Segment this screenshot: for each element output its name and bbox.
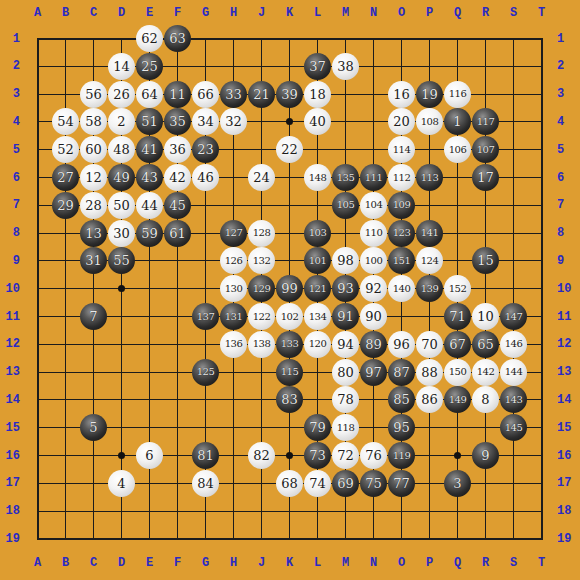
stone-white-110[interactable]: 110 xyxy=(360,220,387,247)
row-label-left-18: 18 xyxy=(2,503,20,519)
column-label-top-T: T xyxy=(538,6,545,20)
row-label-right-15: 15 xyxy=(557,420,575,436)
stone-white-12[interactable]: 12 xyxy=(80,164,107,191)
row-label-right-7: 7 xyxy=(557,197,575,213)
row-label-left-17: 17 xyxy=(2,475,20,491)
column-label-top-O: O xyxy=(398,6,405,20)
stone-black-141[interactable]: 141 xyxy=(416,220,443,247)
stone-white-16[interactable]: 16 xyxy=(388,81,415,108)
column-label-bottom-A: A xyxy=(34,556,41,570)
stone-white-106[interactable]: 106 xyxy=(444,136,471,163)
stone-white-146[interactable]: 146 xyxy=(500,331,527,358)
stone-black-79[interactable]: 79 xyxy=(304,414,331,441)
row-label-right-16: 16 xyxy=(557,448,575,464)
stone-black-25[interactable]: 25 xyxy=(136,53,163,80)
stone-white-74[interactable]: 74 xyxy=(304,470,331,497)
stone-white-56[interactable]: 56 xyxy=(80,81,107,108)
stone-white-4[interactable]: 4 xyxy=(108,470,135,497)
stone-white-54[interactable]: 54 xyxy=(52,108,79,135)
row-label-right-13: 13 xyxy=(557,364,575,380)
row-label-right-6: 6 xyxy=(557,170,575,186)
stone-black-3[interactable]: 3 xyxy=(444,470,471,497)
column-label-top-K: K xyxy=(286,6,293,20)
stone-black-45[interactable]: 45 xyxy=(164,192,191,219)
stone-black-145[interactable]: 145 xyxy=(500,414,527,441)
stone-white-144[interactable]: 144 xyxy=(500,359,527,386)
stone-white-76[interactable]: 76 xyxy=(360,442,387,469)
stone-white-90[interactable]: 90 xyxy=(360,303,387,330)
stone-white-114[interactable]: 114 xyxy=(388,136,415,163)
stone-white-52[interactable]: 52 xyxy=(52,136,79,163)
row-label-right-8: 8 xyxy=(557,225,575,241)
column-label-bottom-R: R xyxy=(482,556,489,570)
grid-line-horizontal xyxy=(37,511,542,512)
stone-white-80[interactable]: 80 xyxy=(332,359,359,386)
stone-white-10[interactable]: 10 xyxy=(472,303,499,330)
row-label-left-6: 6 xyxy=(2,170,20,186)
stone-white-100[interactable]: 100 xyxy=(360,247,387,274)
row-label-right-11: 11 xyxy=(557,309,575,325)
stone-white-34[interactable]: 34 xyxy=(192,108,219,135)
stone-black-99[interactable]: 99 xyxy=(276,275,303,302)
star-point-Q16 xyxy=(454,452,461,459)
stone-black-39[interactable]: 39 xyxy=(276,81,303,108)
stone-white-14[interactable]: 14 xyxy=(108,53,135,80)
row-label-right-12: 12 xyxy=(557,336,575,352)
stone-white-148[interactable]: 148 xyxy=(304,164,331,191)
stone-black-147[interactable]: 147 xyxy=(500,303,527,330)
stone-black-37[interactable]: 37 xyxy=(304,53,331,80)
star-point-K4 xyxy=(286,118,293,125)
stone-white-116[interactable]: 116 xyxy=(444,81,471,108)
stone-white-130[interactable]: 130 xyxy=(220,275,247,302)
star-point-D10 xyxy=(118,285,125,292)
go-board-diagram: AABBCCDDEEFFGGHHJJKKLLMMNNOOPPQQRRSSTT11… xyxy=(0,0,580,580)
stone-black-133[interactable]: 133 xyxy=(276,331,303,358)
grid-line-vertical xyxy=(541,38,543,540)
column-label-bottom-L: L xyxy=(314,556,321,570)
stone-black-107[interactable]: 107 xyxy=(472,136,499,163)
row-label-right-2: 2 xyxy=(557,58,575,74)
row-label-right-10: 10 xyxy=(557,281,575,297)
stone-black-77[interactable]: 77 xyxy=(388,470,415,497)
stone-white-82[interactable]: 82 xyxy=(248,442,275,469)
stone-black-97[interactable]: 97 xyxy=(360,359,387,386)
stone-black-19[interactable]: 19 xyxy=(416,81,443,108)
stone-white-150[interactable]: 150 xyxy=(444,359,471,386)
column-label-bottom-D: D xyxy=(118,556,125,570)
stone-black-81[interactable]: 81 xyxy=(192,442,219,469)
column-label-bottom-T: T xyxy=(538,556,545,570)
stone-black-55[interactable]: 55 xyxy=(108,247,135,274)
row-label-left-14: 14 xyxy=(2,392,20,408)
stone-black-115[interactable]: 115 xyxy=(276,359,303,386)
stone-white-86[interactable]: 86 xyxy=(416,386,443,413)
stone-black-75[interactable]: 75 xyxy=(360,470,387,497)
column-label-bottom-S: S xyxy=(510,556,517,570)
stone-white-30[interactable]: 30 xyxy=(108,220,135,247)
stone-black-121[interactable]: 121 xyxy=(304,275,331,302)
row-label-left-1: 1 xyxy=(2,31,20,47)
column-label-bottom-P: P xyxy=(426,556,433,570)
stone-white-72[interactable]: 72 xyxy=(332,442,359,469)
stone-black-71[interactable]: 71 xyxy=(444,303,471,330)
stone-black-85[interactable]: 85 xyxy=(388,386,415,413)
stone-white-64[interactable]: 64 xyxy=(136,81,163,108)
column-label-bottom-G: G xyxy=(202,556,209,570)
grid-line-vertical xyxy=(513,38,514,540)
stone-white-120[interactable]: 120 xyxy=(304,331,331,358)
column-label-top-F: F xyxy=(174,6,181,20)
stone-white-152[interactable]: 152 xyxy=(444,275,471,302)
stone-black-123[interactable]: 123 xyxy=(388,220,415,247)
stone-white-36[interactable]: 36 xyxy=(164,136,191,163)
stone-white-134[interactable]: 134 xyxy=(304,303,331,330)
column-label-top-G: G xyxy=(202,6,209,20)
stone-black-111[interactable]: 111 xyxy=(360,164,387,191)
column-label-bottom-J: J xyxy=(258,556,265,570)
stone-black-103[interactable]: 103 xyxy=(304,220,331,247)
stone-black-51[interactable]: 51 xyxy=(136,108,163,135)
stone-white-28[interactable]: 28 xyxy=(80,192,107,219)
column-label-top-C: C xyxy=(90,6,97,20)
stone-black-125[interactable]: 125 xyxy=(192,359,219,386)
stone-black-35[interactable]: 35 xyxy=(164,108,191,135)
column-label-bottom-F: F xyxy=(174,556,181,570)
stone-white-26[interactable]: 26 xyxy=(108,81,135,108)
stone-black-63[interactable]: 63 xyxy=(164,25,191,52)
stone-white-84[interactable]: 84 xyxy=(192,470,219,497)
stone-black-149[interactable]: 149 xyxy=(444,386,471,413)
row-label-left-15: 15 xyxy=(2,420,20,436)
stone-white-46[interactable]: 46 xyxy=(192,164,219,191)
stone-white-124[interactable]: 124 xyxy=(416,247,443,274)
stone-black-61[interactable]: 61 xyxy=(164,220,191,247)
grid-line-horizontal xyxy=(37,427,542,428)
stone-black-95[interactable]: 95 xyxy=(388,414,415,441)
stone-black-113[interactable]: 113 xyxy=(416,164,443,191)
stone-white-140[interactable]: 140 xyxy=(388,275,415,302)
stone-black-15[interactable]: 15 xyxy=(472,247,499,274)
row-label-right-14: 14 xyxy=(557,392,575,408)
row-label-right-5: 5 xyxy=(557,142,575,158)
stone-black-117[interactable]: 117 xyxy=(472,108,499,135)
stone-black-33[interactable]: 33 xyxy=(220,81,247,108)
column-label-top-M: M xyxy=(342,6,349,20)
stone-white-40[interactable]: 40 xyxy=(304,108,331,135)
stone-white-142[interactable]: 142 xyxy=(472,359,499,386)
row-label-right-19: 19 xyxy=(557,531,575,547)
stone-white-70[interactable]: 70 xyxy=(416,331,443,358)
column-label-top-Q: Q xyxy=(454,6,461,20)
column-label-bottom-N: N xyxy=(370,556,377,570)
stone-white-138[interactable]: 138 xyxy=(248,331,275,358)
row-label-right-1: 1 xyxy=(557,31,575,47)
stone-black-91[interactable]: 91 xyxy=(332,303,359,330)
column-label-top-S: S xyxy=(510,6,517,20)
stone-white-66[interactable]: 66 xyxy=(192,81,219,108)
stone-black-1[interactable]: 1 xyxy=(444,108,471,135)
stone-black-109[interactable]: 109 xyxy=(388,192,415,219)
grid-line-horizontal xyxy=(37,538,542,540)
stone-black-7[interactable]: 7 xyxy=(80,303,107,330)
stone-white-2[interactable]: 2 xyxy=(108,108,135,135)
row-label-left-3: 3 xyxy=(2,86,20,102)
stone-black-41[interactable]: 41 xyxy=(136,136,163,163)
stone-white-136[interactable]: 136 xyxy=(220,331,247,358)
row-label-left-16: 16 xyxy=(2,448,20,464)
stone-white-32[interactable]: 32 xyxy=(220,108,247,135)
row-label-left-9: 9 xyxy=(2,253,20,269)
stone-white-22[interactable]: 22 xyxy=(276,136,303,163)
row-label-left-2: 2 xyxy=(2,58,20,74)
stone-white-48[interactable]: 48 xyxy=(108,136,135,163)
column-label-top-P: P xyxy=(426,6,433,20)
row-label-left-11: 11 xyxy=(2,309,20,325)
column-label-top-A: A xyxy=(34,6,41,20)
row-label-right-9: 9 xyxy=(557,253,575,269)
row-label-left-8: 8 xyxy=(2,225,20,241)
column-label-top-N: N xyxy=(370,6,377,20)
column-label-top-L: L xyxy=(314,6,321,20)
column-label-top-J: J xyxy=(258,6,265,20)
stone-white-122[interactable]: 122 xyxy=(248,303,275,330)
stone-white-104[interactable]: 104 xyxy=(360,192,387,219)
row-label-left-10: 10 xyxy=(2,281,20,297)
row-label-right-3: 3 xyxy=(557,86,575,102)
stone-black-151[interactable]: 151 xyxy=(388,247,415,274)
stone-black-9[interactable]: 9 xyxy=(472,442,499,469)
stone-white-118[interactable]: 118 xyxy=(332,414,359,441)
stone-white-132[interactable]: 132 xyxy=(248,247,275,274)
stone-black-65[interactable]: 65 xyxy=(472,331,499,358)
column-label-top-H: H xyxy=(230,6,237,20)
column-label-top-D: D xyxy=(118,6,125,20)
stone-black-43[interactable]: 43 xyxy=(136,164,163,191)
row-label-right-4: 4 xyxy=(557,114,575,130)
column-label-top-R: R xyxy=(482,6,489,20)
stone-white-96[interactable]: 96 xyxy=(388,331,415,358)
stone-white-62[interactable]: 62 xyxy=(136,25,163,52)
stone-black-69[interactable]: 69 xyxy=(332,470,359,497)
stone-white-98[interactable]: 98 xyxy=(332,247,359,274)
column-label-top-B: B xyxy=(62,6,69,20)
stone-black-143[interactable]: 143 xyxy=(500,386,527,413)
stone-black-23[interactable]: 23 xyxy=(192,136,219,163)
row-label-left-5: 5 xyxy=(2,142,20,158)
stone-white-78[interactable]: 78 xyxy=(332,386,359,413)
row-label-left-7: 7 xyxy=(2,197,20,213)
stone-black-135[interactable]: 135 xyxy=(332,164,359,191)
stone-black-105[interactable]: 105 xyxy=(332,192,359,219)
stone-white-92[interactable]: 92 xyxy=(360,275,387,302)
stone-black-131[interactable]: 131 xyxy=(220,303,247,330)
stone-white-50[interactable]: 50 xyxy=(108,192,135,219)
row-label-right-18: 18 xyxy=(557,503,575,519)
stone-black-11[interactable]: 11 xyxy=(164,81,191,108)
column-label-bottom-K: K xyxy=(286,556,293,570)
stone-black-83[interactable]: 83 xyxy=(276,386,303,413)
column-label-bottom-H: H xyxy=(230,556,237,570)
column-label-bottom-B: B xyxy=(62,556,69,570)
column-label-top-E: E xyxy=(146,6,153,20)
row-label-left-19: 19 xyxy=(2,531,20,547)
stone-black-59[interactable]: 59 xyxy=(136,220,163,247)
stone-white-42[interactable]: 42 xyxy=(164,164,191,191)
stone-white-94[interactable]: 94 xyxy=(332,331,359,358)
stone-black-119[interactable]: 119 xyxy=(388,442,415,469)
stone-black-27[interactable]: 27 xyxy=(52,164,79,191)
stone-black-29[interactable]: 29 xyxy=(52,192,79,219)
stone-white-20[interactable]: 20 xyxy=(388,108,415,135)
stone-white-44[interactable]: 44 xyxy=(136,192,163,219)
stone-white-126[interactable]: 126 xyxy=(220,247,247,274)
stone-black-73[interactable]: 73 xyxy=(304,442,331,469)
stone-black-21[interactable]: 21 xyxy=(248,81,275,108)
column-label-bottom-O: O xyxy=(398,556,405,570)
stone-black-13[interactable]: 13 xyxy=(80,220,107,247)
star-point-D16 xyxy=(118,452,125,459)
stone-white-88[interactable]: 88 xyxy=(416,359,443,386)
row-label-left-12: 12 xyxy=(2,336,20,352)
stone-black-127[interactable]: 127 xyxy=(220,220,247,247)
stone-black-89[interactable]: 89 xyxy=(360,331,387,358)
stone-black-101[interactable]: 101 xyxy=(304,247,331,274)
stone-black-49[interactable]: 49 xyxy=(108,164,135,191)
stone-white-6[interactable]: 6 xyxy=(136,442,163,469)
column-label-bottom-C: C xyxy=(90,556,97,570)
stone-white-8[interactable]: 8 xyxy=(472,386,499,413)
stone-white-58[interactable]: 58 xyxy=(80,108,107,135)
stone-white-60[interactable]: 60 xyxy=(80,136,107,163)
row-label-right-17: 17 xyxy=(557,475,575,491)
stone-black-5[interactable]: 5 xyxy=(80,414,107,441)
stone-black-17[interactable]: 17 xyxy=(472,164,499,191)
stone-black-31[interactable]: 31 xyxy=(80,247,107,274)
stone-black-137[interactable]: 137 xyxy=(192,303,219,330)
stone-white-18[interactable]: 18 xyxy=(304,81,331,108)
stone-white-128[interactable]: 128 xyxy=(248,220,275,247)
stone-black-139[interactable]: 139 xyxy=(416,275,443,302)
stone-white-102[interactable]: 102 xyxy=(276,303,303,330)
stone-white-68[interactable]: 68 xyxy=(276,470,303,497)
stone-black-67[interactable]: 67 xyxy=(444,331,471,358)
star-point-K16 xyxy=(286,452,293,459)
stone-black-87[interactable]: 87 xyxy=(388,359,415,386)
row-label-left-13: 13 xyxy=(2,364,20,380)
column-label-bottom-Q: Q xyxy=(454,556,461,570)
stone-white-38[interactable]: 38 xyxy=(332,53,359,80)
stone-black-129[interactable]: 129 xyxy=(248,275,275,302)
stone-white-112[interactable]: 112 xyxy=(388,164,415,191)
column-label-bottom-M: M xyxy=(342,556,349,570)
row-label-left-4: 4 xyxy=(2,114,20,130)
stone-white-24[interactable]: 24 xyxy=(248,164,275,191)
column-label-bottom-E: E xyxy=(146,556,153,570)
stone-white-108[interactable]: 108 xyxy=(416,108,443,135)
stone-black-93[interactable]: 93 xyxy=(332,275,359,302)
